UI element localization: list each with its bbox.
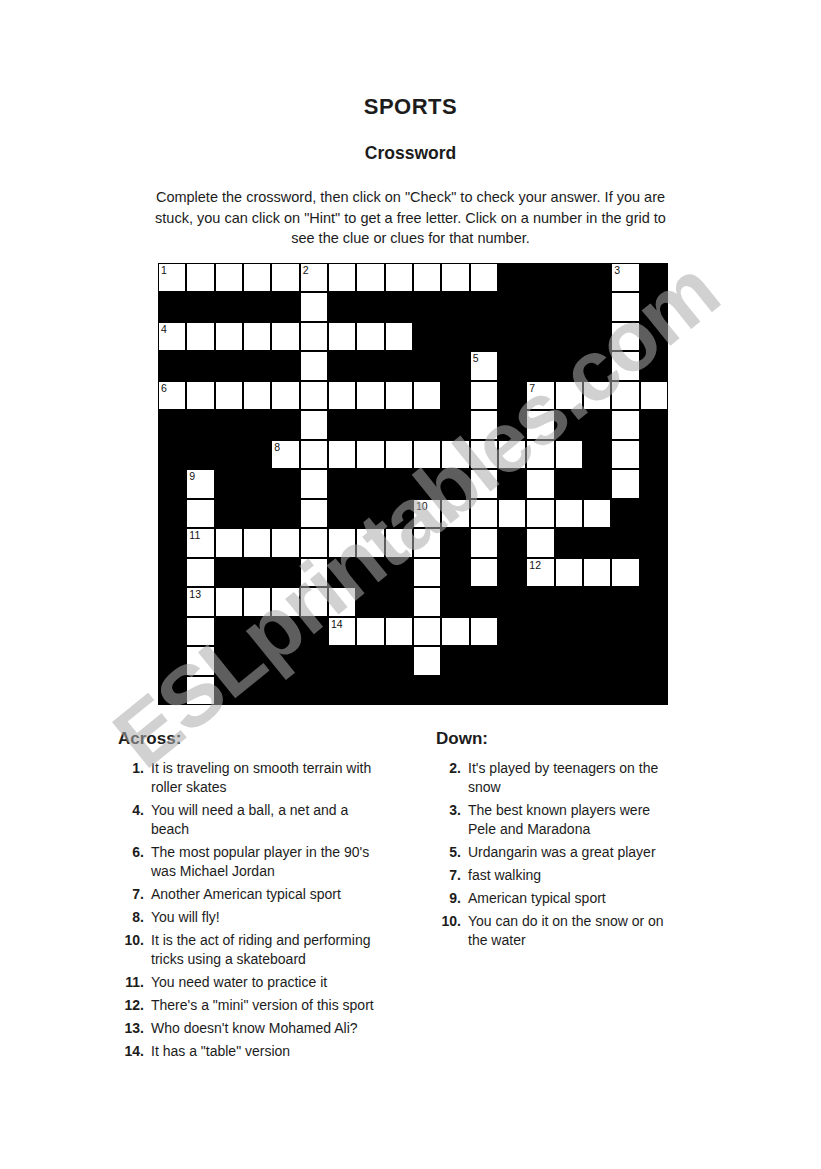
grid-cell-black (243, 558, 271, 587)
clue-item: 7.Another American typical sport (118, 885, 428, 904)
grid-cell-white[interactable] (385, 381, 413, 410)
grid-cell-white[interactable] (215, 381, 243, 410)
clue-number: 7. (436, 866, 461, 885)
clue-text: You can do it on the snow or on the wate… (468, 912, 710, 950)
clue-item: 4.You will need a ball, a net and a beac… (118, 801, 428, 839)
grid-cell-black (243, 676, 271, 705)
clue-number: 10. (436, 912, 461, 950)
grid-cell-white[interactable]: 9 (186, 469, 214, 498)
grid-cell-black (498, 410, 526, 439)
clue-item: 9.American typical sport (436, 889, 716, 908)
grid-cell-black (356, 351, 384, 380)
grid-cell-white[interactable] (611, 351, 639, 380)
grid-cell-black (640, 587, 668, 616)
grid-cell-black (470, 587, 498, 616)
grid-cell-white[interactable] (470, 410, 498, 439)
grid-cell-black (158, 528, 186, 557)
grid-cell-white[interactable] (271, 263, 299, 292)
grid-cell-white[interactable] (186, 322, 214, 351)
clue-number: 10. (118, 931, 144, 969)
clue-number: 8. (118, 908, 144, 927)
grid-cell-black (441, 676, 469, 705)
grid-cell-white[interactable] (356, 440, 384, 469)
grid-cell-black (158, 499, 186, 528)
grid-cell-black (215, 292, 243, 321)
grid-cell-black (356, 410, 384, 439)
grid-cell-black (583, 351, 611, 380)
grid-cell-black (356, 676, 384, 705)
grid-cell-white[interactable] (555, 440, 583, 469)
grid-clue-number: 6 (161, 382, 167, 394)
across-heading: Across: (118, 729, 428, 749)
grid-cell-black (470, 322, 498, 351)
grid-cell-black (441, 292, 469, 321)
grid-cell-black (356, 499, 384, 528)
grid-cell-black (215, 676, 243, 705)
clue-item: 13.Who doesn't know Mohamed Ali? (118, 1019, 428, 1038)
grid-cell-black (498, 469, 526, 498)
grid-clue-number: 12 (529, 559, 541, 571)
grid-cell-white[interactable] (385, 528, 413, 557)
grid-cell-black (555, 322, 583, 351)
grid-cell-black (583, 528, 611, 557)
grid-cell-black (356, 292, 384, 321)
grid-cell-white[interactable] (300, 381, 328, 410)
grid-cell-black (271, 646, 299, 675)
grid-cell-black (243, 440, 271, 469)
grid-cell-black (356, 469, 384, 498)
clue-item: 12.There's a "mini" version of this spor… (118, 996, 428, 1015)
clue-text: American typical sport (468, 889, 710, 908)
grid-cell-white[interactable] (356, 381, 384, 410)
grid-cell-black (640, 646, 668, 675)
grid-cell-black (498, 646, 526, 675)
grid-cell-black (158, 292, 186, 321)
grid-cell-black (413, 322, 441, 351)
grid-cell-white[interactable] (526, 469, 554, 498)
grid-cell-black (385, 558, 413, 587)
clue-number: 7. (118, 885, 144, 904)
grid-cell-white[interactable]: 5 (470, 351, 498, 380)
grid-cell-white[interactable] (526, 499, 554, 528)
grid-cell-white[interactable] (470, 617, 498, 646)
clue-number: 2. (436, 759, 461, 797)
grid-cell-black (413, 676, 441, 705)
grid-cell-white[interactable] (555, 381, 583, 410)
grid-cell-white[interactable] (243, 322, 271, 351)
grid-cell-black (611, 676, 639, 705)
grid-cell-black (271, 617, 299, 646)
grid-cell-white[interactable] (243, 528, 271, 557)
grid-cell-black (441, 351, 469, 380)
grid-cell-black (413, 292, 441, 321)
grid-cell-white[interactable] (413, 263, 441, 292)
grid-cell-black (215, 499, 243, 528)
grid-cell-white[interactable] (271, 528, 299, 557)
grid-cell-white[interactable] (413, 587, 441, 616)
grid-cell-white[interactable]: 8 (271, 440, 299, 469)
grid-cell-white[interactable] (526, 410, 554, 439)
grid-cell-white[interactable] (470, 469, 498, 498)
grid-cell-black (498, 381, 526, 410)
grid-cell-black (328, 499, 356, 528)
grid-cell-black (640, 499, 668, 528)
grid-cell-black (243, 617, 271, 646)
grid-cell-white[interactable]: 14 (328, 617, 356, 646)
grid-cell-black (271, 410, 299, 439)
grid-cell-white[interactable]: 1 (158, 263, 186, 292)
clue-number: 1. (118, 759, 144, 797)
grid-cell-white[interactable]: 6 (158, 381, 186, 410)
grid-cell-black (385, 410, 413, 439)
clue-text: You will fly! (151, 908, 419, 927)
grid-cell-white[interactable] (583, 381, 611, 410)
grid-cell-black (498, 617, 526, 646)
grid-cell-white[interactable] (441, 263, 469, 292)
grid-cell-black (243, 410, 271, 439)
grid-cell-white[interactable] (356, 263, 384, 292)
grid-cell-black (441, 381, 469, 410)
grid-cell-black (441, 410, 469, 439)
grid-cell-black (640, 617, 668, 646)
grid-cell-white[interactable] (526, 440, 554, 469)
grid-cell-white[interactable] (300, 587, 328, 616)
grid-cell-black (385, 351, 413, 380)
grid-cell-white[interactable] (555, 558, 583, 587)
grid-cell-black (555, 292, 583, 321)
grid-cell-white[interactable]: 13 (186, 587, 214, 616)
clue-text: You need water to practice it (151, 973, 419, 992)
worksheet-page: SPORTS Crossword Complete the crossword,… (0, 0, 821, 1169)
grid-cell-black (441, 469, 469, 498)
clue-item: 5.Urdangarin was a great player (436, 843, 716, 862)
grid-cell-black (611, 617, 639, 646)
grid-cell-black (158, 676, 186, 705)
grid-cell-black (413, 410, 441, 439)
grid-cell-white[interactable] (583, 499, 611, 528)
clue-item: 10.You can do it on the snow or on the w… (436, 912, 716, 950)
grid-cell-black (271, 469, 299, 498)
grid-cell-black (215, 469, 243, 498)
grid-cell-white[interactable] (215, 263, 243, 292)
grid-cell-black (583, 587, 611, 616)
grid-cell-black (640, 469, 668, 498)
grid-cell-white[interactable] (328, 263, 356, 292)
grid-cell-black (555, 587, 583, 616)
grid-cell-white[interactable] (243, 381, 271, 410)
grid-cell-black (385, 469, 413, 498)
grid-cell-black (385, 587, 413, 616)
grid-cell-black (271, 558, 299, 587)
grid-cell-white[interactable]: 11 (186, 528, 214, 557)
grid-cell-white[interactable] (271, 322, 299, 351)
grid-cell-black (328, 558, 356, 587)
grid-cell-white[interactable]: 7 (526, 381, 554, 410)
clue-text: The most popular player in the 90's was … (151, 843, 419, 881)
grid-cell-white[interactable] (356, 322, 384, 351)
grid-cell-black (271, 676, 299, 705)
grid-cell-black (215, 351, 243, 380)
grid-cell-white[interactable] (300, 558, 328, 587)
clue-number: 13. (118, 1019, 144, 1038)
grid-cell-white[interactable] (470, 528, 498, 557)
grid-cell-black (243, 292, 271, 321)
grid-cell-black (158, 469, 186, 498)
grid-cell-black (470, 292, 498, 321)
grid-cell-white[interactable] (611, 440, 639, 469)
grid-cell-black (356, 587, 384, 616)
grid-cell-black (300, 646, 328, 675)
grid-cell-black (583, 410, 611, 439)
grid-clue-number: 2 (303, 264, 309, 276)
clue-text: There's a "mini" version of this sport (151, 996, 419, 1015)
grid-cell-black (583, 322, 611, 351)
grid-cell-black (640, 528, 668, 557)
grid-cell-black (555, 646, 583, 675)
clue-item: 11.You need water to practice it (118, 973, 428, 992)
grid-cell-black (385, 499, 413, 528)
grid-cell-black (243, 499, 271, 528)
grid-clue-number: 9 (189, 470, 195, 482)
grid-cell-white[interactable] (300, 322, 328, 351)
clue-item: 2.It's played by teenagers on the snow (436, 759, 716, 797)
grid-cell-white[interactable] (328, 381, 356, 410)
grid-cell-white[interactable] (413, 646, 441, 675)
grid-cell-white[interactable] (215, 528, 243, 557)
grid-cell-white[interactable]: 3 (611, 263, 639, 292)
clue-number: 9. (436, 889, 461, 908)
clue-item: 10.It is the act of riding and performin… (118, 931, 428, 969)
grid-cell-black (413, 469, 441, 498)
grid-clue-number: 10 (416, 500, 428, 512)
grid-cell-black (640, 440, 668, 469)
grid-cell-black (356, 646, 384, 675)
grid-cell-white[interactable] (498, 499, 526, 528)
grid-cell-white[interactable] (328, 528, 356, 557)
grid-cell-white[interactable] (186, 676, 214, 705)
grid-cell-black (328, 410, 356, 439)
across-clue-list: 1.It is traveling on smooth terrain with… (118, 759, 428, 1061)
grid-cell-black (441, 646, 469, 675)
grid-cell-white[interactable] (611, 322, 639, 351)
clue-item: 6.The most popular player in the 90's wa… (118, 843, 428, 881)
grid-cell-white[interactable] (328, 322, 356, 351)
grid-cell-black (215, 558, 243, 587)
grid-cell-black (526, 263, 554, 292)
grid-cell-white[interactable] (300, 292, 328, 321)
grid-cell-black (470, 676, 498, 705)
grid-cell-white[interactable] (300, 528, 328, 557)
grid-cell-white[interactable] (611, 469, 639, 498)
grid-cell-black (555, 676, 583, 705)
grid-clue-number: 3 (614, 264, 620, 276)
grid-cell-black (498, 676, 526, 705)
grid-cell-white[interactable] (555, 499, 583, 528)
down-clue-list: 2.It's played by teenagers on the snow3.… (436, 759, 716, 950)
grid-cell-white[interactable]: 12 (526, 558, 554, 587)
grid-cell-white[interactable] (640, 381, 668, 410)
grid-cell-black (158, 646, 186, 675)
grid-cell-white[interactable] (413, 381, 441, 410)
grid-cell-white[interactable] (470, 440, 498, 469)
grid-cell-black (526, 676, 554, 705)
grid-cell-black (640, 558, 668, 587)
grid-cell-white[interactable] (470, 499, 498, 528)
grid-cell-white[interactable] (271, 381, 299, 410)
grid-cell-white[interactable] (328, 440, 356, 469)
grid-clue-number: 13 (189, 588, 201, 600)
grid-clue-number: 14 (331, 618, 343, 630)
grid-cell-black (498, 528, 526, 557)
grid-cell-black (583, 440, 611, 469)
grid-cell-black (186, 440, 214, 469)
down-heading: Down: (436, 729, 716, 749)
clue-number: 4. (118, 801, 144, 839)
grid-cell-black (583, 469, 611, 498)
grid-cell-white[interactable] (300, 469, 328, 498)
grid-cell-black (611, 646, 639, 675)
grid-cell-white[interactable] (243, 263, 271, 292)
grid-cell-white[interactable] (300, 351, 328, 380)
grid-cell-white[interactable]: 2 (300, 263, 328, 292)
grid-cell-white[interactable] (583, 558, 611, 587)
grid-cell-white[interactable]: 4 (158, 322, 186, 351)
grid-cell-white[interactable] (186, 499, 214, 528)
grid-clue-number: 5 (473, 352, 479, 364)
grid-cell-white[interactable] (186, 617, 214, 646)
instructions-line: stuck, you can click on "Hint" to get a … (0, 208, 821, 229)
grid-cell-black (555, 410, 583, 439)
grid-cell-black (640, 263, 668, 292)
grid-cell-black (186, 351, 214, 380)
grid-cell-black (583, 263, 611, 292)
grid-cell-white[interactable] (328, 587, 356, 616)
grid-cell-black (640, 351, 668, 380)
grid-cell-black (555, 351, 583, 380)
grid-cell-white[interactable] (470, 381, 498, 410)
grid-cell-black (243, 646, 271, 675)
grid-cell-black (470, 646, 498, 675)
clue-item: 1.It is traveling on smooth terrain with… (118, 759, 428, 797)
grid-cell-black (555, 263, 583, 292)
clue-number: 11. (118, 973, 144, 992)
grid-cell-white[interactable] (611, 381, 639, 410)
grid-cell-white[interactable] (385, 617, 413, 646)
grid-cell-black (215, 617, 243, 646)
clue-text: It is the act of riding and performing t… (151, 931, 419, 969)
clue-text: The best known players were Pele and Mar… (468, 801, 710, 839)
clue-number: 12. (118, 996, 144, 1015)
clue-number: 5. (436, 843, 461, 862)
grid-cell-black (640, 322, 668, 351)
grid-cell-white[interactable] (215, 587, 243, 616)
grid-cell-black (385, 292, 413, 321)
grid-cell-white[interactable] (470, 263, 498, 292)
grid-cell-black (385, 646, 413, 675)
grid-cell-white[interactable] (385, 322, 413, 351)
grid-cell-black (526, 646, 554, 675)
grid-cell-black (385, 676, 413, 705)
grid-cell-black (158, 440, 186, 469)
grid-cell-white[interactable] (186, 558, 214, 587)
grid-cell-black (441, 322, 469, 351)
grid-cell-black (441, 587, 469, 616)
grid-cell-black (243, 351, 271, 380)
grid-cell-black (611, 499, 639, 528)
grid-cell-white[interactable] (526, 528, 554, 557)
grid-cell-black (300, 617, 328, 646)
grid-cell-white[interactable] (243, 587, 271, 616)
grid-cell-white[interactable] (300, 499, 328, 528)
grid-cell-white[interactable] (300, 440, 328, 469)
grid-cell-white[interactable] (413, 617, 441, 646)
grid-cell-black (498, 263, 526, 292)
clue-item: 8.You will fly! (118, 908, 428, 927)
clue-item: 14.It has a "table" version (118, 1042, 428, 1061)
grid-cell-white[interactable] (441, 440, 469, 469)
grid-cell-black (158, 558, 186, 587)
clue-text: Another American typical sport (151, 885, 419, 904)
grid-cell-white[interactable] (611, 558, 639, 587)
page-title: SPORTS (0, 94, 821, 120)
grid-cell-white[interactable] (413, 558, 441, 587)
grid-cell-black (328, 469, 356, 498)
grid-cell-white[interactable] (385, 440, 413, 469)
grid-cell-black (498, 587, 526, 616)
grid-cell-white[interactable] (611, 292, 639, 321)
grid-cell-white[interactable] (186, 381, 214, 410)
grid-cell-black (356, 558, 384, 587)
grid-cell-white[interactable] (611, 410, 639, 439)
grid-cell-black (158, 351, 186, 380)
grid-cell-white[interactable] (215, 322, 243, 351)
clue-number: 3. (436, 801, 461, 839)
clue-item: 7.fast walking (436, 866, 716, 885)
grid-cell-black (413, 351, 441, 380)
grid-cell-white[interactable] (271, 587, 299, 616)
across-clues-section: Across: 1.It is traveling on smooth terr… (118, 729, 428, 1065)
grid-cell-white[interactable] (356, 617, 384, 646)
grid-clue-number: 11 (189, 529, 200, 541)
grid-cell-white[interactable] (300, 410, 328, 439)
grid-cell-black (215, 440, 243, 469)
grid-cell-black (555, 528, 583, 557)
grid-cell-white[interactable] (186, 646, 214, 675)
grid-clue-number: 8 (274, 441, 280, 453)
grid-cell-black (583, 292, 611, 321)
grid-cell-white[interactable] (413, 440, 441, 469)
grid-cell-white[interactable] (441, 617, 469, 646)
grid-cell-black (555, 469, 583, 498)
grid-clue-number: 7 (529, 382, 535, 394)
down-clues-section: Down: 2.It's played by teenagers on the … (436, 729, 716, 954)
grid-cell-white[interactable] (470, 558, 498, 587)
grid-cell-white[interactable] (186, 263, 214, 292)
grid-cell-white[interactable] (385, 263, 413, 292)
clue-item: 3.The best known players were Pele and M… (436, 801, 716, 839)
page-subtitle: Crossword (0, 143, 821, 164)
grid-cell-white[interactable] (413, 528, 441, 557)
grid-cell-white[interactable]: 10 (413, 499, 441, 528)
grid-cell-white[interactable] (498, 440, 526, 469)
grid-cell-black (215, 646, 243, 675)
grid-cell-white[interactable] (356, 528, 384, 557)
grid-cell-white[interactable] (441, 499, 469, 528)
grid-cell-black (498, 351, 526, 380)
clue-text: fast walking (468, 866, 710, 885)
instructions: Complete the crossword, then click on "C… (0, 187, 821, 249)
grid-cell-black (243, 469, 271, 498)
